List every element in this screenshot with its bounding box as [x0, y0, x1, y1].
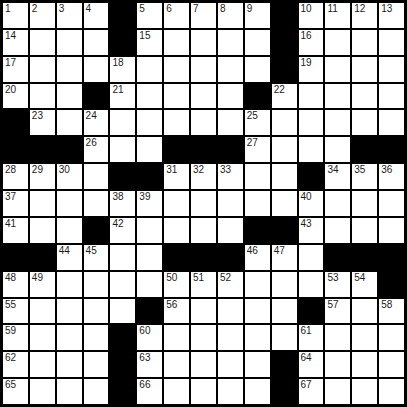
- cell-r6c1[interactable]: 29: [30, 164, 55, 189]
- cell-r8c7[interactable]: [191, 218, 216, 243]
- clue-number-22: 22: [274, 84, 285, 96]
- cell-r0c7[interactable]: 7: [191, 3, 216, 28]
- cell-r7c9[interactable]: [245, 191, 270, 216]
- cell-r2c9[interactable]: [245, 57, 270, 82]
- black-cell-r4c0: [3, 110, 28, 135]
- cell-r6c2[interactable]: 30: [57, 164, 82, 189]
- cell-r10c4[interactable]: [110, 272, 135, 297]
- cell-r9c11[interactable]: [299, 245, 324, 270]
- cell-r11c13[interactable]: [352, 299, 377, 324]
- cell-r3c10[interactable]: 22: [272, 84, 297, 109]
- black-cell-r6c5: [137, 164, 162, 189]
- black-cell-r8c9: [245, 218, 270, 243]
- cell-r8c13[interactable]: [352, 218, 377, 243]
- cell-r12c12[interactable]: [325, 325, 350, 350]
- cell-r12c13[interactable]: [352, 325, 377, 350]
- cell-r13c11[interactable]: 64: [299, 352, 324, 377]
- cell-r8c4[interactable]: 42: [110, 218, 135, 243]
- clue-number-65: 65: [5, 379, 16, 391]
- clue-number-12: 12: [354, 3, 365, 15]
- cell-r6c0[interactable]: 28: [3, 164, 28, 189]
- cell-r13c7[interactable]: [191, 352, 216, 377]
- cell-r4c11[interactable]: [299, 110, 324, 135]
- cell-r8c12[interactable]: [325, 218, 350, 243]
- cell-r3c0[interactable]: 20: [3, 84, 28, 109]
- black-cell-r13c4: [110, 352, 135, 377]
- cell-r12c7[interactable]: [191, 325, 216, 350]
- cell-r14c2[interactable]: [57, 379, 82, 404]
- cell-r11c12[interactable]: 57: [325, 299, 350, 324]
- cell-r12c3[interactable]: [84, 325, 109, 350]
- cell-r11c14[interactable]: 58: [379, 299, 404, 324]
- clue-number-54: 54: [354, 272, 365, 284]
- black-cell-r5c6: [164, 137, 189, 162]
- cell-r8c11[interactable]: 43: [299, 218, 324, 243]
- black-cell-r9c13: [352, 245, 377, 270]
- cell-r12c10[interactable]: [272, 325, 297, 350]
- cell-r13c2[interactable]: [57, 352, 82, 377]
- cell-r1c9[interactable]: [245, 30, 270, 55]
- cell-r1c0[interactable]: 14: [3, 30, 28, 55]
- cell-r4c6[interactable]: [164, 110, 189, 135]
- cell-r4c4[interactable]: [110, 110, 135, 135]
- cell-r8c1[interactable]: [30, 218, 55, 243]
- black-cell-r0c10: [272, 3, 297, 28]
- cell-r14c7[interactable]: [191, 379, 216, 404]
- cell-r13c8[interactable]: [218, 352, 243, 377]
- cell-r4c12[interactable]: [325, 110, 350, 135]
- clue-number-5: 5: [139, 3, 145, 15]
- cell-r5c9[interactable]: 27: [245, 137, 270, 162]
- cell-r10c10[interactable]: [272, 272, 297, 297]
- clue-number-57: 57: [327, 299, 338, 311]
- clue-number-17: 17: [5, 57, 16, 69]
- cell-r12c9[interactable]: [245, 325, 270, 350]
- clue-number-6: 6: [166, 3, 172, 15]
- black-cell-r9c6: [164, 245, 189, 270]
- clue-number-21: 21: [112, 84, 123, 96]
- cell-r10c12[interactable]: 53: [325, 272, 350, 297]
- cell-r7c6[interactable]: [164, 191, 189, 216]
- cell-r2c5[interactable]: [137, 57, 162, 82]
- cell-r11c4[interactable]: [110, 299, 135, 324]
- clue-number-58: 58: [381, 299, 392, 311]
- clue-number-46: 46: [247, 245, 258, 257]
- black-cell-r1c10: [272, 30, 297, 55]
- clue-number-44: 44: [59, 245, 70, 257]
- cell-r9c5[interactable]: [137, 245, 162, 270]
- clue-number-16: 16: [301, 30, 312, 42]
- cell-r1c3[interactable]: [84, 30, 109, 55]
- cell-r1c8[interactable]: [218, 30, 243, 55]
- cell-r10c9[interactable]: [245, 272, 270, 297]
- clue-number-9: 9: [247, 3, 253, 15]
- cell-r3c7[interactable]: [191, 84, 216, 109]
- clue-number-40: 40: [301, 191, 312, 203]
- black-cell-r11c5: [137, 299, 162, 324]
- cell-r11c7[interactable]: [191, 299, 216, 324]
- cell-r7c13[interactable]: [352, 191, 377, 216]
- cell-r3c5[interactable]: [137, 84, 162, 109]
- cell-r11c8[interactable]: [218, 299, 243, 324]
- clue-number-59: 59: [5, 325, 16, 337]
- cell-r13c9[interactable]: [245, 352, 270, 377]
- cell-r2c2[interactable]: [57, 57, 82, 82]
- cell-r13c12[interactable]: [325, 352, 350, 377]
- cell-r1c11[interactable]: 16: [299, 30, 324, 55]
- clue-number-29: 29: [32, 164, 43, 176]
- cell-r2c0[interactable]: 17: [3, 57, 28, 82]
- clue-number-56: 56: [166, 299, 177, 311]
- black-cell-r5c0: [3, 137, 28, 162]
- black-cell-r5c13: [352, 137, 377, 162]
- black-cell-r5c8: [218, 137, 243, 162]
- cell-r2c13[interactable]: [352, 57, 377, 82]
- cell-r4c3[interactable]: 24: [84, 110, 109, 135]
- clue-number-43: 43: [301, 218, 312, 230]
- clue-number-49: 49: [32, 272, 43, 284]
- cell-r6c9[interactable]: [245, 164, 270, 189]
- clue-number-61: 61: [301, 325, 312, 337]
- clue-number-51: 51: [193, 272, 204, 284]
- cell-r14c12[interactable]: [325, 379, 350, 404]
- clue-number-50: 50: [166, 272, 177, 284]
- black-cell-r5c14: [379, 137, 404, 162]
- cell-r7c8[interactable]: [218, 191, 243, 216]
- cell-r4c8[interactable]: [218, 110, 243, 135]
- cell-r3c4[interactable]: 21: [110, 84, 135, 109]
- black-cell-r3c3: [84, 84, 109, 109]
- cell-r11c3[interactable]: [84, 299, 109, 324]
- cell-r1c7[interactable]: [191, 30, 216, 55]
- cell-r7c14[interactable]: [379, 191, 404, 216]
- clue-number-41: 41: [5, 218, 16, 230]
- cell-r0c3[interactable]: 4: [84, 3, 109, 28]
- black-cell-r3c9: [245, 84, 270, 109]
- cell-r4c14[interactable]: [379, 110, 404, 135]
- cell-r10c2[interactable]: [57, 272, 82, 297]
- clue-number-37: 37: [5, 191, 16, 203]
- black-cell-r6c11: [299, 164, 324, 189]
- black-cell-r9c7: [191, 245, 216, 270]
- cell-r1c14[interactable]: [379, 30, 404, 55]
- clue-number-8: 8: [220, 3, 226, 15]
- cell-r9c2[interactable]: 44: [57, 245, 82, 270]
- cell-r11c0[interactable]: 55: [3, 299, 28, 324]
- cell-r10c7[interactable]: 51: [191, 272, 216, 297]
- cell-r10c3[interactable]: [84, 272, 109, 297]
- clue-number-20: 20: [5, 84, 16, 96]
- cell-r0c8[interactable]: 8: [218, 3, 243, 28]
- cell-r10c6[interactable]: 50: [164, 272, 189, 297]
- clue-number-2: 2: [32, 3, 38, 15]
- cell-r8c0[interactable]: 41: [3, 218, 28, 243]
- cell-r13c1[interactable]: [30, 352, 55, 377]
- clue-number-4: 4: [86, 3, 92, 15]
- cell-r8c5[interactable]: [137, 218, 162, 243]
- black-cell-r5c1: [30, 137, 55, 162]
- cell-r7c4[interactable]: 38: [110, 191, 135, 216]
- cell-r2c6[interactable]: [164, 57, 189, 82]
- cell-r3c14[interactable]: [379, 84, 404, 109]
- clue-number-36: 36: [381, 164, 392, 176]
- clue-number-13: 13: [381, 3, 392, 15]
- cell-r2c3[interactable]: [84, 57, 109, 82]
- black-cell-r9c12: [325, 245, 350, 270]
- clue-number-11: 11: [327, 3, 337, 15]
- cell-r9c3[interactable]: 45: [84, 245, 109, 270]
- cell-r11c9[interactable]: [245, 299, 270, 324]
- clue-number-39: 39: [139, 191, 150, 203]
- cell-r10c5[interactable]: [137, 272, 162, 297]
- cell-r8c2[interactable]: [57, 218, 82, 243]
- cell-r3c2[interactable]: [57, 84, 82, 109]
- cell-r14c11[interactable]: 67: [299, 379, 324, 404]
- black-cell-r14c4: [110, 379, 135, 404]
- black-cell-r14c10: [272, 379, 297, 404]
- cell-r13c5[interactable]: 63: [137, 352, 162, 377]
- cell-r7c1[interactable]: [30, 191, 55, 216]
- cell-r14c3[interactable]: [84, 379, 109, 404]
- cell-r9c9[interactable]: 46: [245, 245, 270, 270]
- crossword-board: 1234567891011121314151617181920212223242…: [0, 0, 407, 407]
- clue-number-33: 33: [220, 164, 231, 176]
- cell-r10c8[interactable]: 52: [218, 272, 243, 297]
- cell-r4c9[interactable]: 25: [245, 110, 270, 135]
- cell-r14c9[interactable]: [245, 379, 270, 404]
- cell-r1c1[interactable]: [30, 30, 55, 55]
- cell-r7c12[interactable]: [325, 191, 350, 216]
- cell-r0c1[interactable]: 2: [30, 3, 55, 28]
- cell-r3c8[interactable]: [218, 84, 243, 109]
- cell-r1c12[interactable]: [325, 30, 350, 55]
- cell-r10c11[interactable]: [299, 272, 324, 297]
- cell-r1c5[interactable]: 15: [137, 30, 162, 55]
- cell-r2c4[interactable]: 18: [110, 57, 135, 82]
- cell-r8c8[interactable]: [218, 218, 243, 243]
- cell-r14c0[interactable]: 65: [3, 379, 28, 404]
- cell-r11c10[interactable]: [272, 299, 297, 324]
- cell-r8c6[interactable]: [164, 218, 189, 243]
- black-cell-r9c8: [218, 245, 243, 270]
- cell-r11c6[interactable]: 56: [164, 299, 189, 324]
- cell-r0c5[interactable]: 5: [137, 3, 162, 28]
- cell-r4c13[interactable]: [352, 110, 377, 135]
- cell-r6c8[interactable]: 33: [218, 164, 243, 189]
- clue-number-32: 32: [193, 164, 204, 176]
- cell-r3c1[interactable]: [30, 84, 55, 109]
- cell-r5c3[interactable]: 26: [84, 137, 109, 162]
- cell-r2c1[interactable]: [30, 57, 55, 82]
- cell-r2c7[interactable]: [191, 57, 216, 82]
- clue-number-24: 24: [86, 110, 97, 122]
- cell-r1c13[interactable]: [352, 30, 377, 55]
- cell-r8c14[interactable]: [379, 218, 404, 243]
- clue-number-23: 23: [32, 110, 43, 122]
- cell-r2c12[interactable]: [325, 57, 350, 82]
- cell-r3c13[interactable]: [352, 84, 377, 109]
- cell-r3c12[interactable]: [325, 84, 350, 109]
- black-cell-r6c4: [110, 164, 135, 189]
- cell-r12c1[interactable]: [30, 325, 55, 350]
- cell-r3c11[interactable]: [299, 84, 324, 109]
- cell-r6c3[interactable]: [84, 164, 109, 189]
- cell-r7c11[interactable]: 40: [299, 191, 324, 216]
- clue-number-28: 28: [5, 164, 16, 176]
- cell-r0c6[interactable]: 6: [164, 3, 189, 28]
- clue-number-26: 26: [86, 137, 97, 149]
- black-cell-r1c4: [110, 30, 135, 55]
- black-cell-r2c10: [272, 57, 297, 82]
- clue-number-7: 7: [193, 3, 199, 15]
- cell-r12c14[interactable]: [379, 325, 404, 350]
- black-cell-r9c14: [379, 245, 404, 270]
- cell-r13c13[interactable]: [352, 352, 377, 377]
- cell-r2c14[interactable]: [379, 57, 404, 82]
- cell-r9c10[interactable]: 47: [272, 245, 297, 270]
- cell-r0c2[interactable]: 3: [57, 3, 82, 28]
- cell-r12c5[interactable]: 60: [137, 325, 162, 350]
- cell-r6c12[interactable]: 34: [325, 164, 350, 189]
- cell-r0c11[interactable]: 10: [299, 3, 324, 28]
- cell-r1c2[interactable]: [57, 30, 82, 55]
- cell-r7c0[interactable]: 37: [3, 191, 28, 216]
- cell-r14c14[interactable]: [379, 379, 404, 404]
- black-cell-r10c14: [379, 272, 404, 297]
- cell-r7c7[interactable]: [191, 191, 216, 216]
- cell-r7c5[interactable]: 39: [137, 191, 162, 216]
- cell-r12c2[interactable]: [57, 325, 82, 350]
- black-cell-r8c3: [84, 218, 109, 243]
- clue-number-35: 35: [354, 164, 365, 176]
- cell-r4c1[interactable]: 23: [30, 110, 55, 135]
- black-cell-r5c2: [57, 137, 82, 162]
- clue-number-1: 1: [5, 3, 11, 15]
- clue-number-3: 3: [59, 3, 65, 15]
- cell-r13c14[interactable]: [379, 352, 404, 377]
- cell-r5c5[interactable]: [137, 137, 162, 162]
- cell-r4c2[interactable]: [57, 110, 82, 135]
- cell-r7c2[interactable]: [57, 191, 82, 216]
- black-cell-r8c10: [272, 218, 297, 243]
- black-cell-r5c7: [191, 137, 216, 162]
- black-cell-r13c10: [272, 352, 297, 377]
- cell-r4c5[interactable]: [137, 110, 162, 135]
- clue-number-18: 18: [112, 57, 123, 69]
- clue-number-25: 25: [247, 110, 258, 122]
- cell-r6c13[interactable]: 35: [352, 164, 377, 189]
- clue-number-30: 30: [59, 164, 70, 176]
- cell-r7c3[interactable]: [84, 191, 109, 216]
- cell-r14c13[interactable]: [352, 379, 377, 404]
- cell-r14c8[interactable]: [218, 379, 243, 404]
- clue-number-55: 55: [5, 299, 16, 311]
- clue-number-10: 10: [301, 3, 312, 15]
- black-cell-r9c1: [30, 245, 55, 270]
- clue-number-38: 38: [112, 191, 123, 203]
- cell-r6c14[interactable]: 36: [379, 164, 404, 189]
- cell-r3c6[interactable]: [164, 84, 189, 109]
- clue-number-15: 15: [139, 30, 150, 42]
- cell-r6c7[interactable]: 32: [191, 164, 216, 189]
- cell-r11c1[interactable]: [30, 299, 55, 324]
- cell-r0c0[interactable]: 1: [3, 3, 28, 28]
- cell-r5c10[interactable]: [272, 137, 297, 162]
- cell-r2c11[interactable]: 19: [299, 57, 324, 82]
- cell-r0c9[interactable]: 9: [245, 3, 270, 28]
- cell-r0c12[interactable]: 11: [325, 3, 350, 28]
- clue-number-14: 14: [5, 30, 16, 42]
- cell-r10c13[interactable]: 54: [352, 272, 377, 297]
- cell-r12c6[interactable]: [164, 325, 189, 350]
- cell-r12c8[interactable]: [218, 325, 243, 350]
- clue-number-67: 67: [301, 379, 312, 391]
- clue-number-19: 19: [301, 57, 312, 69]
- clue-number-34: 34: [327, 164, 338, 176]
- cell-r0c13[interactable]: 12: [352, 3, 377, 28]
- clue-number-64: 64: [301, 352, 312, 364]
- cell-r4c10[interactable]: [272, 110, 297, 135]
- cell-r13c3[interactable]: [84, 352, 109, 377]
- clue-number-27: 27: [247, 137, 258, 149]
- cell-r11c2[interactable]: [57, 299, 82, 324]
- cell-r10c1[interactable]: 49: [30, 272, 55, 297]
- clue-number-53: 53: [327, 272, 338, 284]
- cell-r2c8[interactable]: [218, 57, 243, 82]
- cell-r14c6[interactable]: [164, 379, 189, 404]
- clue-number-66: 66: [139, 379, 150, 391]
- clue-number-63: 63: [139, 352, 150, 364]
- cell-r10c0[interactable]: 48: [3, 272, 28, 297]
- black-cell-r0c4: [110, 3, 135, 28]
- cell-r14c5[interactable]: 66: [137, 379, 162, 404]
- cell-r12c11[interactable]: 61: [299, 325, 324, 350]
- cell-r5c11[interactable]: [299, 137, 324, 162]
- clue-number-52: 52: [220, 272, 231, 284]
- clue-number-62: 62: [5, 352, 16, 364]
- cell-r5c12[interactable]: [325, 137, 350, 162]
- cell-r7c10[interactable]: [272, 191, 297, 216]
- cell-r4c7[interactable]: [191, 110, 216, 135]
- clue-number-42: 42: [112, 218, 123, 230]
- cell-r0c14[interactable]: 13: [379, 3, 404, 28]
- black-cell-r11c11: [299, 299, 324, 324]
- clue-number-31: 31: [166, 164, 177, 176]
- clue-number-48: 48: [5, 272, 16, 284]
- cell-r9c4[interactable]: [110, 245, 135, 270]
- crossword-grid: 1234567891011121314151617181920212223242…: [0, 0, 407, 407]
- cell-r13c6[interactable]: [164, 352, 189, 377]
- cell-r6c10[interactable]: [272, 164, 297, 189]
- cell-r14c1[interactable]: [30, 379, 55, 404]
- cell-r12c0[interactable]: 59: [3, 325, 28, 350]
- black-cell-r12c4: [110, 325, 135, 350]
- cell-r6c6[interactable]: 31: [164, 164, 189, 189]
- clue-number-47: 47: [274, 245, 285, 257]
- clue-number-60: 60: [139, 325, 150, 337]
- cell-r5c4[interactable]: [110, 137, 135, 162]
- cell-r1c6[interactable]: [164, 30, 189, 55]
- black-cell-r9c0: [3, 245, 28, 270]
- clue-number-45: 45: [86, 245, 97, 257]
- cell-r13c0[interactable]: 62: [3, 352, 28, 377]
